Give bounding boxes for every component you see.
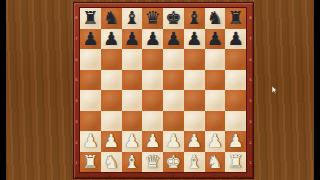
piece-black-bishop[interactable]: ♝ bbox=[186, 9, 202, 27]
square-e1[interactable]: ♚ bbox=[163, 152, 184, 173]
square-e7[interactable]: ♟ bbox=[163, 29, 184, 50]
piece-white-rook[interactable]: ♜ bbox=[82, 152, 98, 170]
square-d6[interactable] bbox=[142, 49, 163, 70]
square-a2[interactable]: ♟ bbox=[80, 131, 101, 152]
piece-black-knight[interactable]: ♞ bbox=[103, 9, 119, 27]
square-d1[interactable]: ♛ bbox=[142, 152, 163, 173]
square-b2[interactable]: ♟ bbox=[101, 131, 122, 152]
file-label-e: E bbox=[167, 174, 180, 177]
piece-white-pawn[interactable]: ♟ bbox=[186, 132, 202, 150]
square-e3[interactable] bbox=[163, 111, 184, 132]
video-frame: 87654321 87654321 ABCDEFGH ♜♞♝♛♚♝♞♜♟♟♟♟♟… bbox=[0, 0, 320, 180]
piece-black-bishop[interactable]: ♝ bbox=[124, 9, 140, 27]
rank-label-1: 1 bbox=[75, 156, 78, 169]
rank-label-8: 8 bbox=[75, 11, 78, 24]
square-g4[interactable] bbox=[205, 90, 226, 111]
piece-black-pawn[interactable]: ♟ bbox=[207, 29, 223, 47]
piece-black-king[interactable]: ♚ bbox=[165, 9, 181, 27]
rank-label-4: 4 bbox=[249, 94, 252, 107]
square-e8[interactable]: ♚ bbox=[163, 8, 184, 29]
chess-board[interactable]: 87654321 87654321 ABCDEFGH ♜♞♝♛♚♝♞♜♟♟♟♟♟… bbox=[73, 2, 254, 179]
rank-label-5: 5 bbox=[75, 73, 78, 86]
square-a4[interactable] bbox=[80, 90, 101, 111]
rank-label-2: 2 bbox=[75, 135, 78, 148]
piece-white-pawn[interactable]: ♟ bbox=[124, 132, 140, 150]
file-labels-bottom: ABCDEFGH bbox=[79, 173, 247, 178]
square-c4[interactable] bbox=[122, 90, 143, 111]
square-c1[interactable]: ♝ bbox=[122, 152, 143, 173]
square-f7[interactable]: ♟ bbox=[184, 29, 205, 50]
rank-label-1: 1 bbox=[249, 156, 252, 169]
square-h1[interactable]: ♜ bbox=[225, 152, 246, 173]
rank-label-3: 3 bbox=[75, 115, 78, 128]
square-b8[interactable]: ♞ bbox=[101, 8, 122, 29]
square-b1[interactable]: ♞ bbox=[101, 152, 122, 173]
piece-white-king[interactable]: ♚ bbox=[165, 152, 181, 170]
square-h5[interactable] bbox=[225, 70, 246, 91]
piece-white-knight[interactable]: ♞ bbox=[103, 152, 119, 170]
square-g7[interactable]: ♟ bbox=[205, 29, 226, 50]
piece-white-pawn[interactable]: ♟ bbox=[228, 132, 244, 150]
piece-white-pawn[interactable]: ♟ bbox=[207, 132, 223, 150]
square-d7[interactable]: ♟ bbox=[142, 29, 163, 50]
file-label-d: D bbox=[146, 174, 159, 177]
rank-label-4: 4 bbox=[75, 94, 78, 107]
square-d3[interactable] bbox=[142, 111, 163, 132]
square-h2[interactable]: ♟ bbox=[225, 131, 246, 152]
rank-labels-right: 87654321 bbox=[248, 7, 253, 173]
square-g8[interactable]: ♞ bbox=[205, 8, 226, 29]
piece-black-pawn[interactable]: ♟ bbox=[82, 29, 98, 47]
square-g3[interactable] bbox=[205, 111, 226, 132]
piece-white-pawn[interactable]: ♟ bbox=[165, 132, 181, 150]
file-label-a: A bbox=[83, 174, 96, 177]
square-h7[interactable]: ♟ bbox=[225, 29, 246, 50]
piece-black-pawn[interactable]: ♟ bbox=[186, 29, 202, 47]
file-label-f: F bbox=[188, 174, 201, 177]
piece-black-pawn[interactable]: ♟ bbox=[103, 29, 119, 47]
rank-label-5: 5 bbox=[249, 73, 252, 86]
square-f4[interactable] bbox=[184, 90, 205, 111]
square-a8[interactable]: ♜ bbox=[80, 8, 101, 29]
piece-black-pawn[interactable]: ♟ bbox=[124, 29, 140, 47]
square-c2[interactable]: ♟ bbox=[122, 131, 143, 152]
square-c3[interactable] bbox=[122, 111, 143, 132]
square-c6[interactable] bbox=[122, 49, 143, 70]
square-e2[interactable]: ♟ bbox=[163, 131, 184, 152]
rank-label-7: 7 bbox=[249, 32, 252, 45]
square-g2[interactable]: ♟ bbox=[205, 131, 226, 152]
rank-label-8: 8 bbox=[249, 11, 252, 24]
square-h8[interactable]: ♜ bbox=[225, 8, 246, 29]
piece-white-pawn[interactable]: ♟ bbox=[145, 132, 161, 150]
square-d5[interactable] bbox=[142, 70, 163, 91]
square-a6[interactable] bbox=[80, 49, 101, 70]
piece-white-bishop[interactable]: ♝ bbox=[124, 152, 140, 170]
piece-white-bishop[interactable]: ♝ bbox=[186, 152, 202, 170]
piece-white-knight[interactable]: ♞ bbox=[207, 152, 223, 170]
piece-black-pawn[interactable]: ♟ bbox=[145, 29, 161, 47]
piece-white-rook[interactable]: ♜ bbox=[228, 152, 244, 170]
mouse-arrow-cursor bbox=[272, 79, 278, 87]
rank-label-6: 6 bbox=[249, 52, 252, 65]
file-label-b: B bbox=[104, 174, 117, 177]
square-h6[interactable] bbox=[225, 49, 246, 70]
piece-white-pawn[interactable]: ♟ bbox=[82, 132, 98, 150]
square-g6[interactable] bbox=[205, 49, 226, 70]
piece-white-pawn[interactable]: ♟ bbox=[103, 132, 119, 150]
rank-label-2: 2 bbox=[249, 135, 252, 148]
piece-white-queen[interactable]: ♛ bbox=[145, 152, 161, 170]
rank-label-3: 3 bbox=[249, 115, 252, 128]
square-b3[interactable] bbox=[101, 111, 122, 132]
square-c5[interactable] bbox=[122, 70, 143, 91]
piece-black-rook[interactable]: ♜ bbox=[228, 9, 244, 27]
file-label-c: C bbox=[125, 174, 138, 177]
square-d2[interactable]: ♟ bbox=[142, 131, 163, 152]
board-grid[interactable]: ♜♞♝♛♚♝♞♜♟♟♟♟♟♟♟♟♟♟♟♟♟♟♟♟♜♞♝♛♚♝♞♜ bbox=[79, 7, 247, 173]
square-f3[interactable] bbox=[184, 111, 205, 132]
square-f2[interactable]: ♟ bbox=[184, 131, 205, 152]
piece-black-knight[interactable]: ♞ bbox=[207, 9, 223, 27]
square-c7[interactable]: ♟ bbox=[122, 29, 143, 50]
square-a5[interactable] bbox=[80, 70, 101, 91]
square-f6[interactable] bbox=[184, 49, 205, 70]
square-h3[interactable] bbox=[225, 111, 246, 132]
rank-label-7: 7 bbox=[75, 32, 78, 45]
square-b7[interactable]: ♟ bbox=[101, 29, 122, 50]
square-e6[interactable] bbox=[163, 49, 184, 70]
square-g5[interactable] bbox=[205, 70, 226, 91]
square-a1[interactable]: ♜ bbox=[80, 152, 101, 173]
square-f5[interactable] bbox=[184, 70, 205, 91]
square-g1[interactable]: ♞ bbox=[205, 152, 226, 173]
file-label-h: H bbox=[230, 174, 243, 177]
square-e5[interactable] bbox=[163, 70, 184, 91]
square-f1[interactable]: ♝ bbox=[184, 152, 205, 173]
square-h4[interactable] bbox=[225, 90, 246, 111]
piece-black-rook[interactable]: ♜ bbox=[82, 9, 98, 27]
square-d8[interactable]: ♛ bbox=[142, 8, 163, 29]
file-label-g: G bbox=[209, 174, 222, 177]
rank-label-6: 6 bbox=[75, 52, 78, 65]
piece-black-pawn[interactable]: ♟ bbox=[165, 29, 181, 47]
square-b6[interactable] bbox=[101, 49, 122, 70]
square-f8[interactable]: ♝ bbox=[184, 8, 205, 29]
piece-black-queen[interactable]: ♛ bbox=[145, 9, 161, 27]
square-a3[interactable] bbox=[80, 111, 101, 132]
square-b4[interactable] bbox=[101, 90, 122, 111]
square-a7[interactable]: ♟ bbox=[80, 29, 101, 50]
square-d4[interactable] bbox=[142, 90, 163, 111]
square-e4[interactable] bbox=[163, 90, 184, 111]
piece-black-pawn[interactable]: ♟ bbox=[228, 29, 244, 47]
square-b5[interactable] bbox=[101, 70, 122, 91]
square-c8[interactable]: ♝ bbox=[122, 8, 143, 29]
